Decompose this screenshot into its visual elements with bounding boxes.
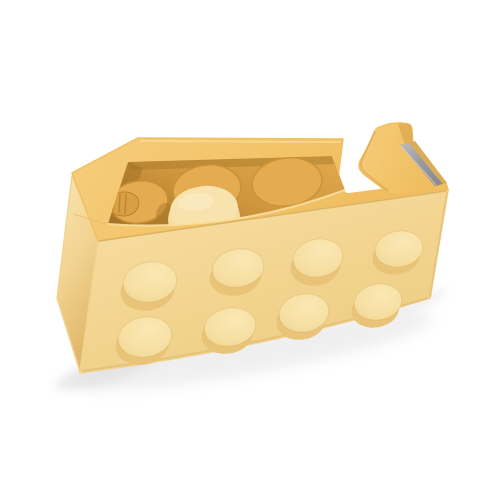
product-photo [0,0,500,500]
lid-back-highlight [140,141,341,142]
